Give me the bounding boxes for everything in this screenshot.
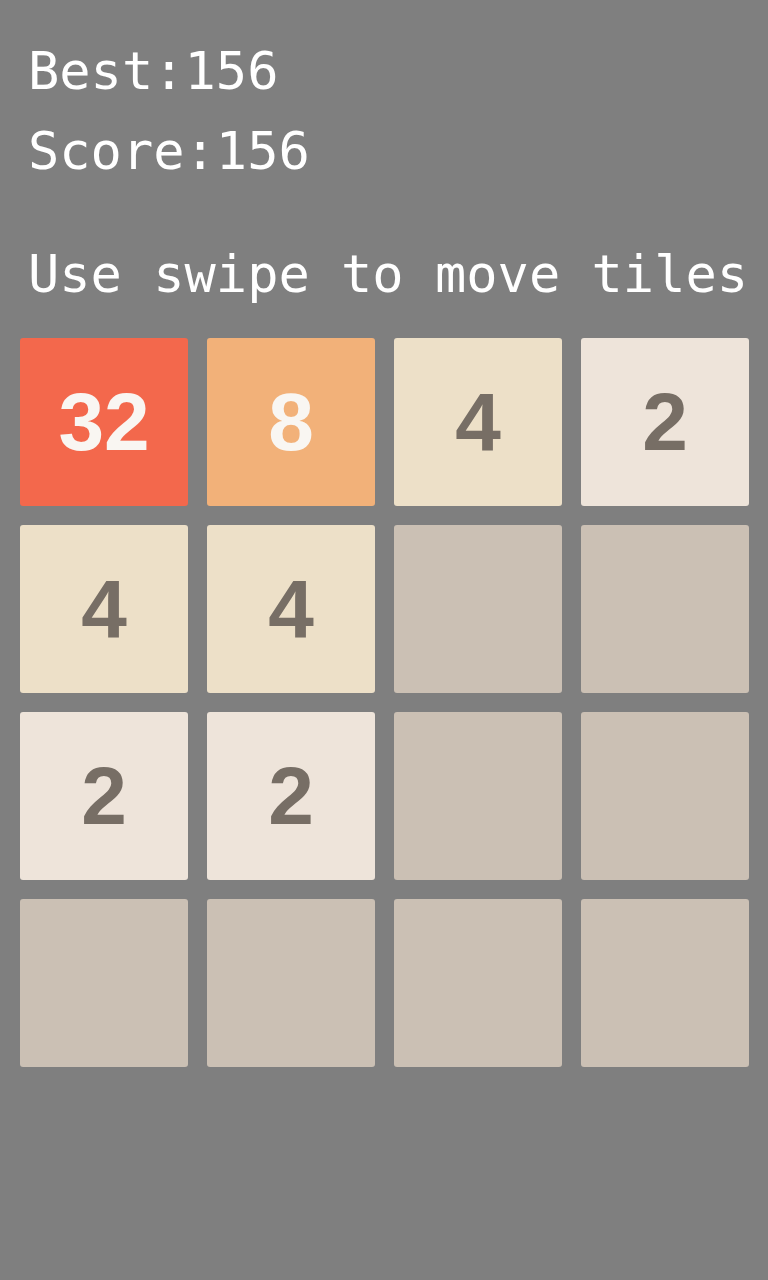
tile-8-r1c2: 8 [207,338,375,506]
empty-cell-r2c3 [394,525,562,693]
empty-cell-r4c3 [394,899,562,1067]
current-score-label: Score: [28,121,216,181]
tile-4-r2c2: 4 [207,525,375,693]
tile-4-r1c3: 4 [394,338,562,506]
current-score-value: 156 [216,121,310,181]
tile-32-r1c1: 32 [20,338,188,506]
tile-2-r3c1: 2 [20,712,188,880]
tile-2-r1c4: 2 [581,338,749,506]
empty-cell-r4c1 [20,899,188,1067]
empty-cell-r2c4 [581,525,749,693]
empty-cell-r4c4 [581,899,749,1067]
empty-cell-r3c3 [394,712,562,880]
game-screen: { "game": "2048", "position": { "rows": … [0,0,768,1280]
board[interactable]: 328424422 [20,338,749,1067]
best-score-value: 156 [185,41,279,101]
empty-cell-r3c4 [581,712,749,880]
tile-2-r3c2: 2 [207,712,375,880]
current-score: Score:156 [28,122,310,182]
empty-cell-r4c2 [207,899,375,1067]
best-score: Best:156 [28,42,278,102]
swipe-hint: Use swipe to move tiles [28,245,748,305]
best-score-label: Best: [28,41,185,101]
tile-4-r2c1: 4 [20,525,188,693]
